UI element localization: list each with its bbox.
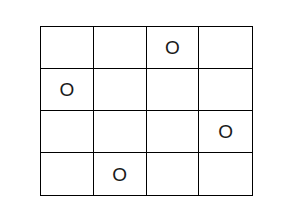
- cell-r1c4[interactable]: [199, 27, 252, 69]
- cell-r3c3[interactable]: [147, 111, 200, 153]
- cell-r4c2[interactable]: O: [94, 153, 147, 195]
- cell-r1c1[interactable]: [41, 27, 94, 69]
- cell-r3c2[interactable]: [94, 111, 147, 153]
- cell-r3c1[interactable]: [41, 111, 94, 153]
- cell-r2c1[interactable]: O: [41, 69, 94, 111]
- cell-r2c4[interactable]: [199, 69, 252, 111]
- cell-r3c4[interactable]: O: [199, 111, 252, 153]
- cell-r4c4[interactable]: [199, 153, 252, 195]
- circle-mark: O: [59, 80, 74, 99]
- cell-r2c2[interactable]: [94, 69, 147, 111]
- cell-r1c3[interactable]: O: [147, 27, 200, 69]
- puzzle-diagram: OOOO: [0, 0, 281, 220]
- puzzle-grid: OOOO: [40, 26, 253, 196]
- circle-mark: O: [112, 165, 127, 184]
- cell-r4c3[interactable]: [147, 153, 200, 195]
- circle-mark: O: [165, 38, 180, 57]
- cell-r1c2[interactable]: [94, 27, 147, 69]
- circle-mark: O: [218, 122, 233, 141]
- cell-r2c3[interactable]: [147, 69, 200, 111]
- cell-r4c1[interactable]: [41, 153, 94, 195]
